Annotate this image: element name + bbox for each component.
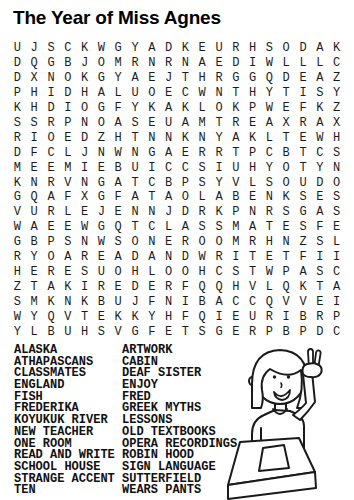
grid-cell-r19c14[interactable]: E xyxy=(227,309,244,324)
grid-cell-r8c10[interactable]: A xyxy=(160,145,177,160)
grid-cell-r8c5[interactable]: J xyxy=(76,145,93,160)
grid-cell-r8c12[interactable]: R xyxy=(194,145,211,160)
grid-cell-r4c6[interactable]: A xyxy=(93,86,110,101)
grid-cell-r17c7[interactable]: E xyxy=(110,279,127,294)
grid-cell-r7c18[interactable]: E xyxy=(295,130,312,145)
grid-cell-r18c14[interactable]: C xyxy=(227,294,244,309)
grid-cell-r15c17[interactable]: T xyxy=(278,250,295,265)
grid-cell-r9c11[interactable]: C xyxy=(177,160,194,175)
grid-cell-r8c13[interactable]: R xyxy=(211,145,228,160)
grid-cell-r17c4[interactable]: K xyxy=(59,279,76,294)
grid-cell-r12c3[interactable]: R xyxy=(43,205,60,220)
grid-cell-r3c6[interactable]: G xyxy=(93,71,110,86)
grid-cell-r6c16[interactable]: A xyxy=(261,115,278,130)
grid-cell-r15c6[interactable]: E xyxy=(93,250,110,265)
grid-cell-r3c9[interactable]: E xyxy=(143,71,160,86)
grid-cell-r20c8[interactable]: G xyxy=(127,324,144,339)
grid-cell-r8c16[interactable]: C xyxy=(261,145,278,160)
grid-cell-r16c11[interactable]: O xyxy=(177,264,194,279)
grid-cell-r17c12[interactable]: Q xyxy=(194,279,211,294)
grid-cell-r5c14[interactable]: K xyxy=(227,101,244,116)
grid-cell-r7c2[interactable]: I xyxy=(26,130,43,145)
grid-cell-r17c8[interactable]: D xyxy=(127,279,144,294)
grid-cell-r20c10[interactable]: E xyxy=(160,324,177,339)
grid-cell-r2c9[interactable]: N xyxy=(143,56,160,71)
grid-cell-r8c18[interactable]: T xyxy=(295,145,312,160)
grid-cell-r16c18[interactable]: A xyxy=(295,264,312,279)
grid-cell-r14c13[interactable]: O xyxy=(211,235,228,250)
grid-cell-r7c20[interactable]: H xyxy=(328,130,345,145)
grid-cell-r5c5[interactable]: O xyxy=(76,101,93,116)
grid-cell-r2c14[interactable]: D xyxy=(227,56,244,71)
grid-cell-r11c3[interactable]: A xyxy=(43,190,60,205)
grid-cell-r9c10[interactable]: C xyxy=(160,160,177,175)
grid-cell-r1c11[interactable]: K xyxy=(177,41,194,56)
grid-cell-r8c7[interactable]: W xyxy=(110,145,127,160)
grid-cell-r7c1[interactable]: R xyxy=(9,130,26,145)
grid-cell-r2c3[interactable]: G xyxy=(43,56,60,71)
grid-cell-r2c2[interactable]: Q xyxy=(26,56,43,71)
grid-cell-r10c15[interactable]: L xyxy=(244,175,261,190)
grid-cell-r10c12[interactable]: S xyxy=(194,175,211,190)
grid-cell-r13c13[interactable]: S xyxy=(211,220,228,235)
grid-cell-r8c19[interactable]: C xyxy=(311,145,328,160)
grid-cell-r17c3[interactable]: A xyxy=(43,279,60,294)
grid-cell-r17c16[interactable]: L xyxy=(261,279,278,294)
grid-cell-r1c8[interactable]: Y xyxy=(127,41,144,56)
grid-cell-r17c9[interactable]: E xyxy=(143,279,160,294)
grid-cell-r7c12[interactable]: N xyxy=(194,130,211,145)
grid-cell-r16c13[interactable]: C xyxy=(211,264,228,279)
grid-cell-r13c4[interactable]: E xyxy=(59,220,76,235)
grid-cell-r14c9[interactable]: N xyxy=(143,235,160,250)
grid-cell-r5c10[interactable]: A xyxy=(160,101,177,116)
grid-cell-r3c15[interactable]: G xyxy=(244,71,261,86)
grid-cell-r16c3[interactable]: R xyxy=(43,264,60,279)
grid-cell-r7c8[interactable]: T xyxy=(127,130,144,145)
grid-cell-r2c15[interactable]: I xyxy=(244,56,261,71)
grid-cell-r11c12[interactable]: L xyxy=(194,190,211,205)
grid-cell-r18c6[interactable]: B xyxy=(93,294,110,309)
grid-cell-r19c4[interactable]: V xyxy=(59,309,76,324)
grid-cell-r17c1[interactable]: Z xyxy=(9,279,26,294)
grid-cell-r5c13[interactable]: O xyxy=(211,101,228,116)
grid-cell-r10c2[interactable]: N xyxy=(26,175,43,190)
grid-cell-r12c17[interactable]: S xyxy=(278,205,295,220)
grid-cell-r11c10[interactable]: A xyxy=(160,190,177,205)
grid-cell-r4c20[interactable]: Y xyxy=(328,86,345,101)
grid-cell-r16c10[interactable]: O xyxy=(160,264,177,279)
grid-cell-r7c16[interactable]: L xyxy=(261,130,278,145)
grid-cell-r16c14[interactable]: S xyxy=(227,264,244,279)
grid-cell-r20c12[interactable]: S xyxy=(194,324,211,339)
grid-cell-r19c17[interactable]: I xyxy=(278,309,295,324)
grid-cell-r7c14[interactable]: A xyxy=(227,130,244,145)
grid-cell-r14c2[interactable]: B xyxy=(26,235,43,250)
grid-cell-r16c4[interactable]: E xyxy=(59,264,76,279)
grid-cell-r12c1[interactable]: V xyxy=(9,205,26,220)
grid-cell-r3c4[interactable]: O xyxy=(59,71,76,86)
grid-cell-r15c5[interactable]: R xyxy=(76,250,93,265)
grid-cell-r11c11[interactable]: O xyxy=(177,190,194,205)
grid-cell-r7c17[interactable]: T xyxy=(278,130,295,145)
grid-cell-r10c9[interactable]: C xyxy=(143,175,160,190)
grid-cell-r19c13[interactable]: I xyxy=(211,309,228,324)
grid-cell-r16c1[interactable]: H xyxy=(9,264,26,279)
grid-cell-r19c20[interactable]: P xyxy=(328,309,345,324)
grid-cell-r7c4[interactable]: E xyxy=(59,130,76,145)
grid-cell-r13c10[interactable]: L xyxy=(160,220,177,235)
grid-cell-r20c1[interactable]: Y xyxy=(9,324,26,339)
grid-cell-r8c11[interactable]: E xyxy=(177,145,194,160)
grid-cell-r8c6[interactable]: N xyxy=(93,145,110,160)
grid-cell-r11c18[interactable]: S xyxy=(295,190,312,205)
grid-cell-r2c8[interactable]: R xyxy=(127,56,144,71)
grid-cell-r8c4[interactable]: L xyxy=(59,145,76,160)
grid-cell-r6c1[interactable]: S xyxy=(9,115,26,130)
grid-cell-r19c2[interactable]: Y xyxy=(26,309,43,324)
grid-cell-r14c7[interactable]: S xyxy=(110,235,127,250)
grid-cell-r8c2[interactable]: F xyxy=(26,145,43,160)
grid-cell-r12c19[interactable]: A xyxy=(311,205,328,220)
grid-cell-r9c14[interactable]: U xyxy=(227,160,244,175)
grid-cell-r20c15[interactable]: R xyxy=(244,324,261,339)
grid-cell-r6c11[interactable]: A xyxy=(177,115,194,130)
grid-cell-r18c15[interactable]: C xyxy=(244,294,261,309)
grid-cell-r6c17[interactable]: X xyxy=(278,115,295,130)
grid-cell-r17c5[interactable]: I xyxy=(76,279,93,294)
grid-cell-r3c14[interactable]: G xyxy=(227,71,244,86)
grid-cell-r17c13[interactable]: Q xyxy=(211,279,228,294)
grid-cell-r10c4[interactable]: V xyxy=(59,175,76,190)
grid-cell-r13c15[interactable]: A xyxy=(244,220,261,235)
grid-cell-r10c14[interactable]: V xyxy=(227,175,244,190)
grid-cell-r5c9[interactable]: K xyxy=(143,101,160,116)
grid-cell-r20c16[interactable]: P xyxy=(261,324,278,339)
grid-cell-r8c9[interactable]: G xyxy=(143,145,160,160)
grid-cell-r17c15[interactable]: V xyxy=(244,279,261,294)
grid-cell-r15c8[interactable]: D xyxy=(127,250,144,265)
grid-cell-r9c8[interactable]: U xyxy=(127,160,144,175)
grid-cell-r10c8[interactable]: T xyxy=(127,175,144,190)
grid-cell-r7c6[interactable]: Z xyxy=(93,130,110,145)
grid-cell-r15c15[interactable]: T xyxy=(244,250,261,265)
grid-cell-r12c7[interactable]: E xyxy=(110,205,127,220)
grid-cell-r19c10[interactable]: H xyxy=(160,309,177,324)
grid-cell-r4c15[interactable]: H xyxy=(244,86,261,101)
grid-cell-r14c10[interactable]: E xyxy=(160,235,177,250)
grid-cell-r12c20[interactable]: S xyxy=(328,205,345,220)
grid-cell-r18c3[interactable]: K xyxy=(43,294,60,309)
grid-cell-r12c16[interactable]: R xyxy=(261,205,278,220)
grid-cell-r5c11[interactable]: K xyxy=(177,101,194,116)
grid-cell-r3c19[interactable]: A xyxy=(311,71,328,86)
grid-cell-r13c11[interactable]: A xyxy=(177,220,194,235)
grid-cell-r20c5[interactable]: H xyxy=(76,324,93,339)
grid-cell-r16c16[interactable]: W xyxy=(261,264,278,279)
grid-cell-r7c10[interactable]: N xyxy=(160,130,177,145)
grid-cell-r19c3[interactable]: Q xyxy=(43,309,60,324)
grid-cell-r11c16[interactable]: N xyxy=(261,190,278,205)
grid-cell-r9c4[interactable]: M xyxy=(59,160,76,175)
grid-cell-r15c14[interactable]: I xyxy=(227,250,244,265)
grid-cell-r11c20[interactable]: S xyxy=(328,190,345,205)
grid-cell-r6c10[interactable]: U xyxy=(160,115,177,130)
grid-cell-r15c1[interactable]: R xyxy=(9,250,26,265)
grid-cell-r1c5[interactable]: K xyxy=(76,41,93,56)
grid-cell-r6c7[interactable]: A xyxy=(110,115,127,130)
grid-cell-r1c15[interactable]: H xyxy=(244,41,261,56)
grid-cell-r4c5[interactable]: H xyxy=(76,86,93,101)
grid-cell-r5c4[interactable]: I xyxy=(59,101,76,116)
grid-cell-r4c9[interactable]: O xyxy=(143,86,160,101)
grid-cell-r15c13[interactable]: R xyxy=(211,250,228,265)
grid-cell-r2c18[interactable]: L xyxy=(295,56,312,71)
grid-cell-r4c1[interactable]: P xyxy=(9,86,26,101)
grid-cell-r6c19[interactable]: A xyxy=(311,115,328,130)
grid-cell-r3c2[interactable]: X xyxy=(26,71,43,86)
grid-cell-r18c13[interactable]: A xyxy=(211,294,228,309)
grid-cell-r5c3[interactable]: D xyxy=(43,101,60,116)
grid-cell-r3c17[interactable]: D xyxy=(278,71,295,86)
grid-cell-r13c5[interactable]: W xyxy=(76,220,93,235)
grid-cell-r11c13[interactable]: A xyxy=(211,190,228,205)
grid-cell-r10c11[interactable]: P xyxy=(177,175,194,190)
grid-cell-r9c9[interactable]: I xyxy=(143,160,160,175)
grid-cell-r18c7[interactable]: U xyxy=(110,294,127,309)
grid-cell-r13c7[interactable]: Q xyxy=(110,220,127,235)
grid-cell-r19c16[interactable]: R xyxy=(261,309,278,324)
grid-cell-r19c18[interactable]: B xyxy=(295,309,312,324)
grid-cell-r15c16[interactable]: E xyxy=(261,250,278,265)
grid-cell-r12c13[interactable]: K xyxy=(211,205,228,220)
grid-cell-r1c6[interactable]: W xyxy=(93,41,110,56)
grid-cell-r9c6[interactable]: E xyxy=(93,160,110,175)
grid-cell-r1c13[interactable]: U xyxy=(211,41,228,56)
grid-cell-r8c15[interactable]: P xyxy=(244,145,261,160)
grid-cell-r3c12[interactable]: H xyxy=(194,71,211,86)
grid-cell-r6c20[interactable]: X xyxy=(328,115,345,130)
grid-cell-r20c7[interactable]: V xyxy=(110,324,127,339)
grid-cell-r4c7[interactable]: L xyxy=(110,86,127,101)
grid-cell-r2c10[interactable]: R xyxy=(160,56,177,71)
grid-cell-r12c10[interactable]: J xyxy=(160,205,177,220)
grid-cell-r17c17[interactable]: Q xyxy=(278,279,295,294)
grid-cell-r3c5[interactable]: K xyxy=(76,71,93,86)
grid-cell-r9c19[interactable]: Y xyxy=(311,160,328,175)
grid-cell-r5c2[interactable]: H xyxy=(26,101,43,116)
grid-cell-r5c1[interactable]: K xyxy=(9,101,26,116)
grid-cell-r13c3[interactable]: E xyxy=(43,220,60,235)
grid-cell-r12c4[interactable]: L xyxy=(59,205,76,220)
grid-cell-r1c20[interactable]: K xyxy=(328,41,345,56)
grid-cell-r18c2[interactable]: M xyxy=(26,294,43,309)
grid-cell-r3c20[interactable]: Z xyxy=(328,71,345,86)
grid-cell-r20c19[interactable]: D xyxy=(311,324,328,339)
grid-cell-r17c10[interactable]: R xyxy=(160,279,177,294)
grid-cell-r7c3[interactable]: O xyxy=(43,130,60,145)
grid-cell-r3c7[interactable]: Y xyxy=(110,71,127,86)
grid-cell-r2c7[interactable]: M xyxy=(110,56,127,71)
grid-cell-r12c12[interactable]: R xyxy=(194,205,211,220)
grid-cell-r19c11[interactable]: F xyxy=(177,309,194,324)
grid-cell-r4c14[interactable]: T xyxy=(227,86,244,101)
grid-cell-r10c16[interactable]: S xyxy=(261,175,278,190)
grid-cell-r18c11[interactable]: I xyxy=(177,294,194,309)
grid-cell-r1c19[interactable]: A xyxy=(311,41,328,56)
grid-cell-r5c12[interactable]: L xyxy=(194,101,211,116)
grid-cell-r7c5[interactable]: D xyxy=(76,130,93,145)
grid-cell-r6c18[interactable]: R xyxy=(295,115,312,130)
grid-cell-r4c4[interactable]: D xyxy=(59,86,76,101)
grid-cell-r19c9[interactable]: Y xyxy=(143,309,160,324)
grid-cell-r4c10[interactable]: E xyxy=(160,86,177,101)
grid-cell-r3c3[interactable]: N xyxy=(43,71,60,86)
grid-cell-r20c20[interactable]: C xyxy=(328,324,345,339)
grid-cell-r2c6[interactable]: O xyxy=(93,56,110,71)
grid-cell-r3c1[interactable]: D xyxy=(9,71,26,86)
grid-cell-r20c14[interactable]: E xyxy=(227,324,244,339)
grid-cell-r1c2[interactable]: J xyxy=(26,41,43,56)
grid-cell-r11c17[interactable]: K xyxy=(278,190,295,205)
grid-cell-r15c9[interactable]: A xyxy=(143,250,160,265)
grid-cell-r14c6[interactable]: W xyxy=(93,235,110,250)
grid-cell-r11c8[interactable]: A xyxy=(127,190,144,205)
grid-cell-r6c15[interactable]: E xyxy=(244,115,261,130)
grid-cell-r3c16[interactable]: Q xyxy=(261,71,278,86)
grid-cell-r11c19[interactable]: E xyxy=(311,190,328,205)
grid-cell-r14c17[interactable]: N xyxy=(278,235,295,250)
grid-cell-r1c3[interactable]: S xyxy=(43,41,60,56)
grid-cell-r14c5[interactable]: N xyxy=(76,235,93,250)
grid-cell-r17c19[interactable]: T xyxy=(311,279,328,294)
grid-cell-r9c5[interactable]: I xyxy=(76,160,93,175)
grid-cell-r13c2[interactable]: A xyxy=(26,220,43,235)
grid-cell-r18c4[interactable]: N xyxy=(59,294,76,309)
grid-cell-r6c5[interactable]: N xyxy=(76,115,93,130)
grid-cell-r17c2[interactable]: T xyxy=(26,279,43,294)
grid-cell-r18c5[interactable]: K xyxy=(76,294,93,309)
grid-cell-r14c11[interactable]: R xyxy=(177,235,194,250)
grid-cell-r1c12[interactable]: E xyxy=(194,41,211,56)
grid-cell-r5c16[interactable]: W xyxy=(261,101,278,116)
grid-cell-r14c15[interactable]: R xyxy=(244,235,261,250)
grid-cell-r6c8[interactable]: S xyxy=(127,115,144,130)
grid-cell-r5c19[interactable]: K xyxy=(311,101,328,116)
grid-cell-r2c4[interactable]: B xyxy=(59,56,76,71)
grid-cell-r19c12[interactable]: Q xyxy=(194,309,211,324)
grid-cell-r12c11[interactable]: D xyxy=(177,205,194,220)
grid-cell-r4c11[interactable]: C xyxy=(177,86,194,101)
grid-cell-r12c14[interactable]: P xyxy=(227,205,244,220)
grid-cell-r20c18[interactable]: P xyxy=(295,324,312,339)
grid-cell-r6c13[interactable]: T xyxy=(211,115,228,130)
grid-cell-r3c18[interactable]: E xyxy=(295,71,312,86)
grid-cell-r7c19[interactable]: W xyxy=(311,130,328,145)
grid-cell-r4c3[interactable]: I xyxy=(43,86,60,101)
grid-cell-r14c20[interactable]: L xyxy=(328,235,345,250)
grid-cell-r11c9[interactable]: T xyxy=(143,190,160,205)
grid-cell-r9c7[interactable]: B xyxy=(110,160,127,175)
grid-cell-r7c7[interactable]: H xyxy=(110,130,127,145)
grid-cell-r18c20[interactable]: I xyxy=(328,294,345,309)
grid-cell-r1c7[interactable]: G xyxy=(110,41,127,56)
grid-cell-r19c7[interactable]: K xyxy=(110,309,127,324)
grid-cell-r6c14[interactable]: R xyxy=(227,115,244,130)
grid-cell-r1c4[interactable]: C xyxy=(59,41,76,56)
grid-cell-r11c6[interactable]: G xyxy=(93,190,110,205)
grid-cell-r15c3[interactable]: O xyxy=(43,250,60,265)
grid-cell-r14c3[interactable]: P xyxy=(43,235,60,250)
grid-cell-r18c10[interactable]: N xyxy=(160,294,177,309)
grid-cell-r4c18[interactable]: I xyxy=(295,86,312,101)
grid-cell-r9c17[interactable]: O xyxy=(278,160,295,175)
grid-cell-r3c13[interactable]: R xyxy=(211,71,228,86)
grid-cell-r14c8[interactable]: O xyxy=(127,235,144,250)
grid-cell-r8c20[interactable]: S xyxy=(328,145,345,160)
grid-cell-r2c20[interactable]: C xyxy=(328,56,345,71)
grid-cell-r10c19[interactable]: D xyxy=(311,175,328,190)
grid-cell-r10c20[interactable]: O xyxy=(328,175,345,190)
grid-cell-r19c8[interactable]: K xyxy=(127,309,144,324)
grid-cell-r8c14[interactable]: T xyxy=(227,145,244,160)
grid-cell-r11c7[interactable]: F xyxy=(110,190,127,205)
grid-cell-r2c12[interactable]: A xyxy=(194,56,211,71)
grid-cell-r9c3[interactable]: E xyxy=(43,160,60,175)
grid-cell-r16c2[interactable]: E xyxy=(26,264,43,279)
grid-cell-r16c8[interactable]: H xyxy=(127,264,144,279)
grid-cell-r7c13[interactable]: Y xyxy=(211,130,228,145)
grid-cell-r2c11[interactable]: N xyxy=(177,56,194,71)
grid-cell-r2c16[interactable]: W xyxy=(261,56,278,71)
grid-cell-r10c13[interactable]: Y xyxy=(211,175,228,190)
grid-cell-r1c16[interactable]: S xyxy=(261,41,278,56)
grid-cell-r2c5[interactable]: J xyxy=(76,56,93,71)
grid-cell-r12c8[interactable]: N xyxy=(127,205,144,220)
grid-cell-r3c8[interactable]: A xyxy=(127,71,144,86)
grid-cell-r9c12[interactable]: S xyxy=(194,160,211,175)
grid-cell-r9c18[interactable]: T xyxy=(295,160,312,175)
grid-cell-r7c11[interactable]: K xyxy=(177,130,194,145)
grid-cell-r10c10[interactable]: B xyxy=(160,175,177,190)
grid-cell-r7c15[interactable]: K xyxy=(244,130,261,145)
grid-cell-r18c12[interactable]: B xyxy=(194,294,211,309)
grid-cell-r12c15[interactable]: N xyxy=(244,205,261,220)
grid-cell-r8c1[interactable]: D xyxy=(9,145,26,160)
grid-cell-r17c6[interactable]: R xyxy=(93,279,110,294)
grid-cell-r9c15[interactable]: H xyxy=(244,160,261,175)
grid-cell-r18c19[interactable]: E xyxy=(311,294,328,309)
grid-cell-r18c16[interactable]: Q xyxy=(261,294,278,309)
grid-cell-r14c14[interactable]: M xyxy=(227,235,244,250)
grid-cell-r13c16[interactable]: T xyxy=(261,220,278,235)
grid-cell-r5c20[interactable]: Z xyxy=(328,101,345,116)
grid-cell-r6c2[interactable]: S xyxy=(26,115,43,130)
grid-cell-r16c7[interactable]: O xyxy=(110,264,127,279)
grid-cell-r19c1[interactable]: W xyxy=(9,309,26,324)
grid-cell-r16c12[interactable]: H xyxy=(194,264,211,279)
grid-cell-r15c4[interactable]: A xyxy=(59,250,76,265)
grid-cell-r10c5[interactable]: N xyxy=(76,175,93,190)
grid-cell-r13c1[interactable]: W xyxy=(9,220,26,235)
grid-cell-r15c11[interactable]: D xyxy=(177,250,194,265)
grid-cell-r10c7[interactable]: A xyxy=(110,175,127,190)
grid-cell-r18c9[interactable]: F xyxy=(143,294,160,309)
grid-cell-r13c8[interactable]: T xyxy=(127,220,144,235)
grid-cell-r1c17[interactable]: O xyxy=(278,41,295,56)
grid-cell-r1c18[interactable]: D xyxy=(295,41,312,56)
grid-cell-r16c6[interactable]: U xyxy=(93,264,110,279)
